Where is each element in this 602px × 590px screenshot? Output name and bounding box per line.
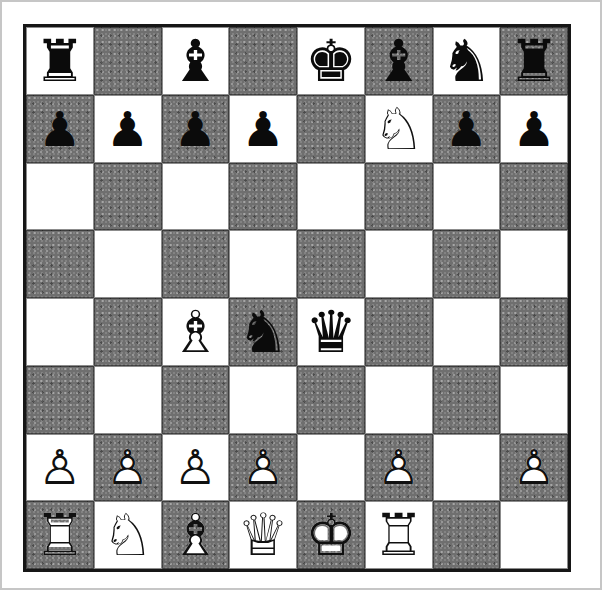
black-rook-piece: ♜ <box>26 27 94 95</box>
white-piece-outline: ♖ <box>26 501 94 569</box>
square-d5[interactable] <box>229 230 297 298</box>
square-d4[interactable]: ♞ <box>229 298 297 366</box>
black-queen-piece: ♛ <box>297 298 365 366</box>
square-e6[interactable] <box>297 163 365 231</box>
black-piece-glyph: ♛ <box>297 298 365 366</box>
chess-board: ♜♝♚♝♞♜♟♟♟♟♞♘♟♟♝♗♞♛♟♙♟♙♟♙♟♙♟♙♟♙♜♖♞♘♝♗♛♕♚♔… <box>23 24 571 572</box>
square-a3[interactable] <box>26 366 94 434</box>
square-g1[interactable] <box>433 501 501 569</box>
white-piece-outline: ♙ <box>365 434 433 502</box>
square-g3[interactable] <box>433 366 501 434</box>
square-e7[interactable] <box>297 95 365 163</box>
square-d2[interactable]: ♟♙ <box>229 434 297 502</box>
square-b4[interactable] <box>94 298 162 366</box>
square-a6[interactable] <box>26 163 94 231</box>
white-pawn-piece: ♟♙ <box>94 434 162 502</box>
square-h6[interactable] <box>500 163 568 231</box>
black-piece-glyph: ♜ <box>26 27 94 95</box>
square-a4[interactable] <box>26 298 94 366</box>
white-piece-outline: ♙ <box>500 434 568 502</box>
square-h5[interactable] <box>500 230 568 298</box>
white-queen-piece: ♛♕ <box>229 501 297 569</box>
white-rook-piece: ♜♖ <box>365 501 433 569</box>
square-h1[interactable] <box>500 501 568 569</box>
black-pawn-piece: ♟ <box>433 95 501 163</box>
square-a1[interactable]: ♜♖ <box>26 501 94 569</box>
square-g8[interactable]: ♞ <box>433 27 501 95</box>
square-h4[interactable] <box>500 298 568 366</box>
square-f8[interactable]: ♝ <box>365 27 433 95</box>
black-piece-glyph: ♟ <box>500 95 568 163</box>
white-piece-outline: ♗ <box>162 501 230 569</box>
square-h3[interactable] <box>500 366 568 434</box>
white-king-piece: ♚♔ <box>297 501 365 569</box>
white-pawn-piece: ♟♙ <box>500 434 568 502</box>
white-knight-piece: ♞♘ <box>94 501 162 569</box>
square-a8[interactable]: ♜ <box>26 27 94 95</box>
white-piece-outline: ♙ <box>94 434 162 502</box>
black-piece-glyph: ♝ <box>365 27 433 95</box>
square-f3[interactable] <box>365 366 433 434</box>
square-d7[interactable]: ♟ <box>229 95 297 163</box>
black-piece-glyph: ♟ <box>229 95 297 163</box>
black-rook-piece: ♜ <box>500 27 568 95</box>
square-e2[interactable] <box>297 434 365 502</box>
square-g4[interactable] <box>433 298 501 366</box>
black-piece-glyph: ♝ <box>162 27 230 95</box>
square-b8[interactable] <box>94 27 162 95</box>
square-g7[interactable]: ♟ <box>433 95 501 163</box>
white-piece-outline: ♙ <box>162 434 230 502</box>
black-piece-glyph: ♟ <box>26 95 94 163</box>
black-piece-glyph: ♞ <box>229 298 297 366</box>
white-piece-outline: ♘ <box>94 501 162 569</box>
square-f1[interactable]: ♜♖ <box>365 501 433 569</box>
square-c7[interactable]: ♟ <box>162 95 230 163</box>
square-a5[interactable] <box>26 230 94 298</box>
square-e4[interactable]: ♛ <box>297 298 365 366</box>
black-knight-piece: ♞ <box>433 27 501 95</box>
square-c6[interactable] <box>162 163 230 231</box>
square-h7[interactable]: ♟ <box>500 95 568 163</box>
black-pawn-piece: ♟ <box>162 95 230 163</box>
square-f4[interactable] <box>365 298 433 366</box>
black-king-piece: ♚ <box>297 27 365 95</box>
white-piece-outline: ♘ <box>365 95 433 163</box>
square-a2[interactable]: ♟♙ <box>26 434 94 502</box>
square-d6[interactable] <box>229 163 297 231</box>
white-piece-outline: ♕ <box>229 501 297 569</box>
square-c8[interactable]: ♝ <box>162 27 230 95</box>
white-pawn-piece: ♟♙ <box>229 434 297 502</box>
black-pawn-piece: ♟ <box>94 95 162 163</box>
square-h2[interactable]: ♟♙ <box>500 434 568 502</box>
black-bishop-piece: ♝ <box>365 27 433 95</box>
square-e1[interactable]: ♚♔ <box>297 501 365 569</box>
white-rook-piece: ♜♖ <box>26 501 94 569</box>
square-f2[interactable]: ♟♙ <box>365 434 433 502</box>
square-c3[interactable] <box>162 366 230 434</box>
square-b7[interactable]: ♟ <box>94 95 162 163</box>
square-c4[interactable]: ♝♗ <box>162 298 230 366</box>
square-d1[interactable]: ♛♕ <box>229 501 297 569</box>
square-b5[interactable] <box>94 230 162 298</box>
square-g6[interactable] <box>433 163 501 231</box>
white-bishop-piece: ♝♗ <box>162 298 230 366</box>
square-b2[interactable]: ♟♙ <box>94 434 162 502</box>
black-piece-glyph: ♞ <box>433 27 501 95</box>
square-h8[interactable]: ♜ <box>500 27 568 95</box>
square-g2[interactable] <box>433 434 501 502</box>
black-pawn-piece: ♟ <box>26 95 94 163</box>
black-piece-glyph: ♟ <box>162 95 230 163</box>
square-d3[interactable] <box>229 366 297 434</box>
scanned-chess-diagram: ♜♝♚♝♞♜♟♟♟♟♞♘♟♟♝♗♞♛♟♙♟♙♟♙♟♙♟♙♟♙♜♖♞♘♝♗♛♕♚♔… <box>0 0 602 590</box>
square-b3[interactable] <box>94 366 162 434</box>
square-f5[interactable] <box>365 230 433 298</box>
square-e3[interactable] <box>297 366 365 434</box>
black-pawn-piece: ♟ <box>500 95 568 163</box>
white-pawn-piece: ♟♙ <box>26 434 94 502</box>
square-g5[interactable] <box>433 230 501 298</box>
black-piece-glyph: ♜ <box>500 27 568 95</box>
square-f7[interactable]: ♞♘ <box>365 95 433 163</box>
square-b1[interactable]: ♞♘ <box>94 501 162 569</box>
square-a7[interactable]: ♟ <box>26 95 94 163</box>
square-b6[interactable] <box>94 163 162 231</box>
black-piece-glyph: ♟ <box>433 95 501 163</box>
white-pawn-piece: ♟♙ <box>162 434 230 502</box>
white-pawn-piece: ♟♙ <box>365 434 433 502</box>
black-piece-glyph: ♚ <box>297 27 365 95</box>
white-piece-outline: ♙ <box>229 434 297 502</box>
black-piece-glyph: ♟ <box>94 95 162 163</box>
square-c2[interactable]: ♟♙ <box>162 434 230 502</box>
white-bishop-piece: ♝♗ <box>162 501 230 569</box>
square-e8[interactable]: ♚ <box>297 27 365 95</box>
square-f6[interactable] <box>365 163 433 231</box>
black-pawn-piece: ♟ <box>229 95 297 163</box>
white-piece-outline: ♗ <box>162 298 230 366</box>
white-piece-outline: ♙ <box>26 434 94 502</box>
white-knight-piece: ♞♘ <box>365 95 433 163</box>
white-piece-outline: ♔ <box>297 501 365 569</box>
square-e5[interactable] <box>297 230 365 298</box>
white-piece-outline: ♖ <box>365 501 433 569</box>
square-c1[interactable]: ♝♗ <box>162 501 230 569</box>
black-bishop-piece: ♝ <box>162 27 230 95</box>
black-knight-piece: ♞ <box>229 298 297 366</box>
square-d8[interactable] <box>229 27 297 95</box>
square-c5[interactable] <box>162 230 230 298</box>
